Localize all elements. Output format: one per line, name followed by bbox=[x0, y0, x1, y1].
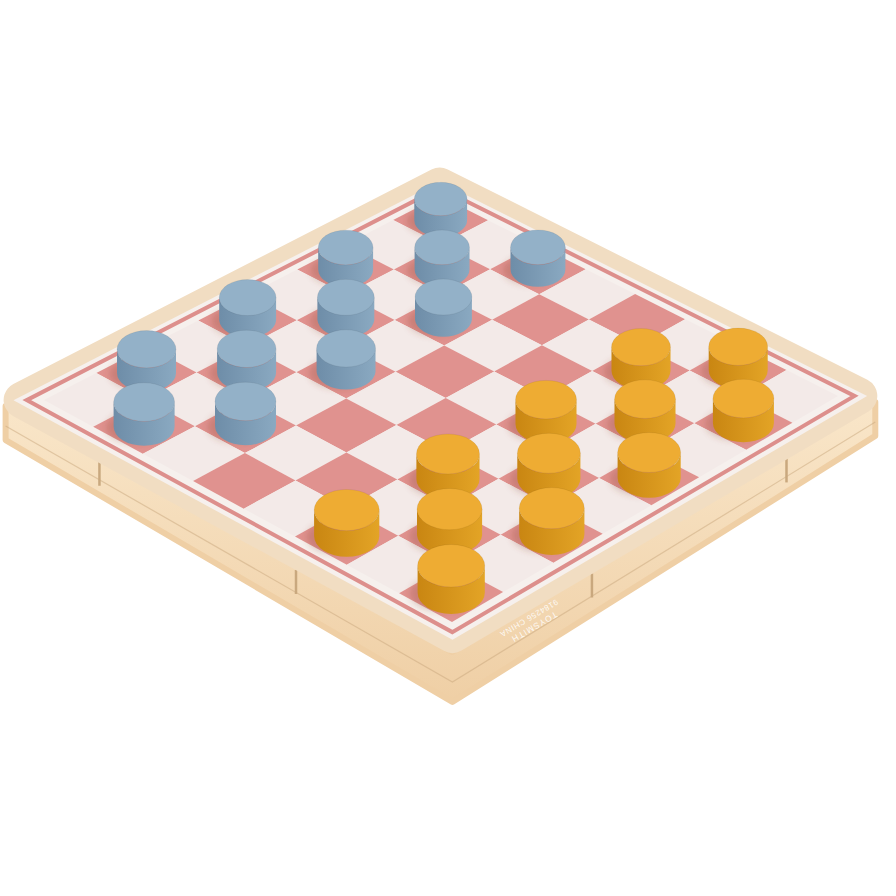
piece-top bbox=[618, 433, 681, 473]
piece-top bbox=[414, 182, 467, 215]
piece-top bbox=[417, 488, 482, 529]
piece-top bbox=[713, 379, 774, 418]
piece-top bbox=[511, 230, 566, 265]
piece-top bbox=[519, 488, 584, 529]
piece-top bbox=[317, 279, 374, 315]
piece-top bbox=[416, 434, 479, 474]
piece-top bbox=[219, 280, 276, 316]
piece-top bbox=[709, 328, 768, 365]
piece-top bbox=[117, 331, 176, 368]
piece-top bbox=[615, 380, 676, 419]
piece-top bbox=[415, 230, 470, 265]
piece-top bbox=[114, 383, 175, 422]
piece-top bbox=[215, 382, 276, 421]
scene: TOYSMITH9184256 CHINA bbox=[0, 0, 896, 896]
piece-top bbox=[516, 380, 577, 419]
piece-top bbox=[418, 545, 485, 588]
piece-top bbox=[314, 489, 379, 530]
piece-top bbox=[612, 328, 671, 365]
piece-top bbox=[517, 433, 580, 473]
piece-top bbox=[318, 230, 373, 265]
piece-top bbox=[415, 279, 472, 315]
checkers-board-photo: TOYSMITH9184256 CHINA bbox=[0, 0, 896, 896]
piece-top bbox=[317, 330, 376, 367]
piece-top bbox=[217, 330, 276, 367]
